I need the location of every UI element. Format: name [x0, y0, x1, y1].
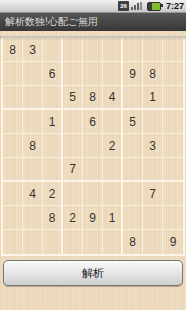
cell-r6c4[interactable]: 7 [63, 158, 83, 182]
cell-r7c7[interactable] [123, 182, 143, 206]
cell-r9c9[interactable]: 9 [163, 230, 183, 254]
cell-r6c5[interactable] [83, 158, 103, 182]
cell-r8c6[interactable]: 1 [103, 206, 123, 230]
status-bar: 26 7:27 [0, 0, 186, 13]
cell-r4c1[interactable] [3, 110, 23, 134]
cell-r9c8[interactable] [143, 230, 163, 254]
sudoku-board: 8369858411658237427829189 [1, 36, 185, 256]
cell-r9c7[interactable]: 8 [123, 230, 143, 254]
cell-r4c9[interactable] [163, 110, 183, 134]
cell-r6c7[interactable] [123, 158, 143, 182]
cell-r7c6[interactable] [103, 182, 123, 206]
app-screen: 26 7:27 解析数独!心配ご無用 836985841165823742782… [0, 0, 186, 310]
cell-r3c1[interactable] [3, 86, 23, 110]
cell-r1c9[interactable] [163, 38, 183, 62]
cell-r7c9[interactable] [163, 182, 183, 206]
cell-r5c1[interactable] [3, 134, 23, 158]
cell-r3c9[interactable] [163, 86, 183, 110]
cell-r2c4[interactable] [63, 62, 83, 86]
cell-r9c5[interactable] [83, 230, 103, 254]
cell-r3c2[interactable] [23, 86, 43, 110]
cell-r2c5[interactable] [83, 62, 103, 86]
cell-r9c3[interactable] [43, 230, 63, 254]
cell-r7c1[interactable] [3, 182, 23, 206]
app-title: 解析数独!心配ご無用 [5, 16, 98, 27]
cell-r5c6[interactable]: 2 [103, 134, 123, 158]
cell-r3c4[interactable]: 5 [63, 86, 83, 110]
cell-r6c9[interactable] [163, 158, 183, 182]
cell-r5c9[interactable] [163, 134, 183, 158]
cell-r9c6[interactable] [103, 230, 123, 254]
cell-r1c5[interactable] [83, 38, 103, 62]
cell-r4c4[interactable] [63, 110, 83, 134]
cell-r4c6[interactable] [103, 110, 123, 134]
cell-r2c3[interactable]: 6 [43, 62, 63, 86]
cell-r3c7[interactable] [123, 86, 143, 110]
cell-r7c4[interactable] [63, 182, 83, 206]
cell-r8c1[interactable] [3, 206, 23, 230]
status-clock: 7:27 [166, 1, 184, 11]
cell-r4c5[interactable]: 6 [83, 110, 103, 134]
cell-r1c3[interactable] [43, 38, 63, 62]
content-area: 8369858411658237427829189 解析 [0, 36, 186, 310]
cell-r3c3[interactable] [43, 86, 63, 110]
notification-badge: 26 [120, 3, 127, 9]
cell-r5c4[interactable] [63, 134, 83, 158]
cell-r1c2[interactable]: 3 [23, 38, 43, 62]
cell-r5c5[interactable] [83, 134, 103, 158]
solve-button[interactable]: 解析 [3, 260, 183, 286]
cell-r6c6[interactable] [103, 158, 123, 182]
cell-r1c6[interactable] [103, 38, 123, 62]
cell-r8c4[interactable]: 2 [63, 206, 83, 230]
cell-r7c2[interactable]: 4 [23, 182, 43, 206]
cell-r8c9[interactable] [163, 206, 183, 230]
battery-icon [147, 2, 161, 11]
cell-r6c2[interactable] [23, 158, 43, 182]
cell-r3c6[interactable]: 4 [103, 86, 123, 110]
cell-r6c1[interactable] [3, 158, 23, 182]
cell-r2c2[interactable] [23, 62, 43, 86]
cell-r8c5[interactable]: 9 [83, 206, 103, 230]
cell-r8c2[interactable] [23, 206, 43, 230]
cell-r2c9[interactable] [163, 62, 183, 86]
cell-r8c8[interactable] [143, 206, 163, 230]
cell-r2c7[interactable]: 9 [123, 62, 143, 86]
cell-r9c4[interactable] [63, 230, 83, 254]
cell-r4c8[interactable] [143, 110, 163, 134]
cell-r6c8[interactable] [143, 158, 163, 182]
cell-r2c8[interactable]: 8 [143, 62, 163, 86]
cell-r1c8[interactable] [143, 38, 163, 62]
cell-r5c8[interactable]: 3 [143, 134, 163, 158]
cell-r9c1[interactable] [3, 230, 23, 254]
cell-r3c5[interactable]: 8 [83, 86, 103, 110]
cell-r2c6[interactable] [103, 62, 123, 86]
cell-r9c2[interactable] [23, 230, 43, 254]
cell-r1c1[interactable]: 8 [3, 38, 23, 62]
cell-r5c7[interactable] [123, 134, 143, 158]
cell-r1c7[interactable] [123, 38, 143, 62]
cell-r7c5[interactable] [83, 182, 103, 206]
cell-r4c2[interactable] [23, 110, 43, 134]
cell-r3c8[interactable]: 1 [143, 86, 163, 110]
cell-r5c2[interactable]: 8 [23, 134, 43, 158]
notification-icon: 26 [118, 1, 129, 11]
cell-r8c3[interactable]: 8 [43, 206, 63, 230]
cell-r2c1[interactable] [3, 62, 23, 86]
signal-strength-icon [131, 1, 144, 11]
cell-r6c3[interactable] [43, 158, 63, 182]
cell-r1c4[interactable] [63, 38, 83, 62]
title-bar: 解析数独!心配ご無用 [0, 13, 186, 31]
cell-r7c8[interactable]: 7 [143, 182, 163, 206]
cell-r4c7[interactable]: 5 [123, 110, 143, 134]
cell-r7c3[interactable]: 2 [43, 182, 63, 206]
cell-r5c3[interactable] [43, 134, 63, 158]
cell-r4c3[interactable]: 1 [43, 110, 63, 134]
cell-r8c7[interactable] [123, 206, 143, 230]
